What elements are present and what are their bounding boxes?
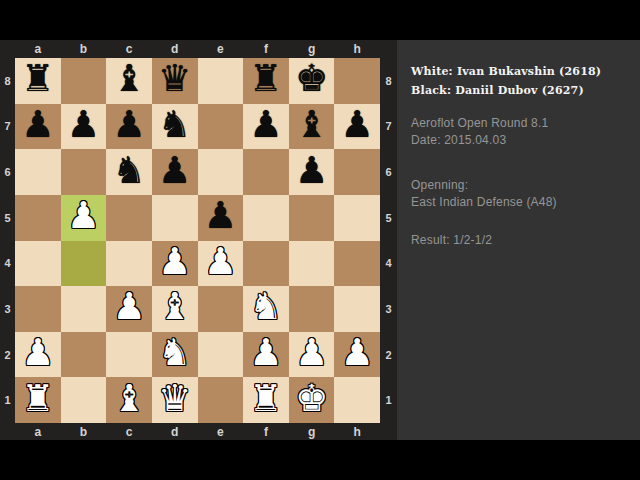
rank-label-3: 3 [0, 286, 15, 332]
black-pawn-e5: ♟ [204, 197, 237, 234]
file-label-b: b [61, 423, 107, 440]
rank-label-7: 7 [380, 104, 397, 150]
rank-labels-left: 87654321 [0, 58, 15, 423]
players-block: White: Ivan Bukavshin (2618) Black: Dani… [411, 62, 640, 100]
black-king-g8: ♚ [295, 60, 328, 97]
square-f3: ♞ [243, 286, 289, 332]
square-d3: ♝ [152, 286, 198, 332]
square-e6 [198, 149, 244, 195]
square-d4: ♟ [152, 241, 198, 287]
chess-board: ♜♝♛♜♚♟♟♟♞♟♝♟♞♟♟♟♟♟♟♟♝♞♟♞♟♟♟♜♝♛♜♚ [15, 58, 380, 423]
square-f1: ♜ [243, 377, 289, 423]
rank-label-4: 4 [0, 241, 15, 287]
square-f5 [243, 195, 289, 241]
result-block: Result: 1/2-1/2 [411, 232, 640, 249]
white-bishop-d3: ♝ [158, 288, 191, 325]
square-e1 [198, 377, 244, 423]
square-f8: ♜ [243, 58, 289, 104]
square-b2 [61, 332, 107, 378]
square-a6 [15, 149, 61, 195]
rank-label-8: 8 [380, 58, 397, 104]
white-king-g1: ♚ [295, 380, 328, 417]
square-d2: ♞ [152, 332, 198, 378]
square-g6: ♟ [289, 149, 335, 195]
square-b3 [61, 286, 107, 332]
chess-board-frame: abcdefgh abcdefgh 87654321 87654321 ♜♝♛♜… [0, 40, 397, 440]
square-a2: ♟ [15, 332, 61, 378]
square-g3 [289, 286, 335, 332]
square-c5 [106, 195, 152, 241]
file-label-g: g [289, 40, 335, 58]
square-a4 [15, 241, 61, 287]
square-e3 [198, 286, 244, 332]
black-pawn-b7: ♟ [67, 106, 100, 143]
square-c3: ♟ [106, 286, 152, 332]
game-date: Date: 2015.04.03 [411, 132, 640, 149]
square-a7: ♟ [15, 104, 61, 150]
square-f2: ♟ [243, 332, 289, 378]
file-labels-top: abcdefgh [15, 40, 380, 58]
square-g2: ♟ [289, 332, 335, 378]
black-knight-c6: ♞ [112, 152, 145, 189]
square-h5 [334, 195, 380, 241]
file-label-a: a [15, 423, 61, 440]
file-label-f: f [243, 40, 289, 58]
game-result: Result: 1/2-1/2 [411, 232, 640, 249]
file-label-h: h [334, 40, 380, 58]
file-label-a: a [15, 40, 61, 58]
white-pawn-g2: ♟ [295, 334, 328, 371]
game-info-panel: White: Ivan Bukavshin (2618) Black: Dani… [397, 40, 640, 440]
square-h1 [334, 377, 380, 423]
square-d6: ♟ [152, 149, 198, 195]
square-d8: ♛ [152, 58, 198, 104]
file-label-c: c [106, 423, 152, 440]
square-b8 [61, 58, 107, 104]
rank-label-2: 2 [380, 332, 397, 378]
file-label-c: c [106, 40, 152, 58]
square-b6 [61, 149, 107, 195]
rank-label-6: 6 [380, 149, 397, 195]
black-queen-d8: ♛ [158, 60, 191, 97]
square-c4 [106, 241, 152, 287]
black-rook-f8: ♜ [249, 60, 282, 97]
black-pawn-g6: ♟ [295, 152, 328, 189]
letterbox-top [0, 0, 640, 40]
square-h6 [334, 149, 380, 195]
black-pawn-c7: ♟ [112, 106, 145, 143]
black-pawn-f7: ♟ [249, 106, 282, 143]
video-frame: abcdefgh abcdefgh 87654321 87654321 ♜♝♛♜… [0, 0, 640, 480]
square-d1: ♛ [152, 377, 198, 423]
white-rook-a1: ♜ [21, 380, 54, 417]
rank-label-3: 3 [380, 286, 397, 332]
square-h8 [334, 58, 380, 104]
square-h4 [334, 241, 380, 287]
white-queen-d1: ♛ [158, 380, 191, 417]
opening-label: Openning: [411, 177, 640, 194]
square-a1: ♜ [15, 377, 61, 423]
black-pawn-d6: ♟ [158, 152, 191, 189]
white-rook-f1: ♜ [249, 380, 282, 417]
white-pawn-e4: ♟ [204, 243, 237, 280]
rank-label-4: 4 [380, 241, 397, 287]
square-g4 [289, 241, 335, 287]
rank-label-1: 1 [0, 377, 15, 423]
file-label-e: e [198, 40, 244, 58]
square-d5 [152, 195, 198, 241]
white-bishop-c1: ♝ [112, 380, 145, 417]
square-g1: ♚ [289, 377, 335, 423]
rank-label-2: 2 [0, 332, 15, 378]
rank-label-7: 7 [0, 104, 15, 150]
white-pawn-a2: ♟ [21, 334, 54, 371]
white-player-line: White: Ivan Bukavshin (2618) [411, 62, 640, 81]
square-c7: ♟ [106, 104, 152, 150]
square-e4: ♟ [198, 241, 244, 287]
file-label-h: h [334, 423, 380, 440]
square-c8: ♝ [106, 58, 152, 104]
square-h2: ♟ [334, 332, 380, 378]
square-c6: ♞ [106, 149, 152, 195]
black-bishop-c8: ♝ [112, 60, 145, 97]
rank-label-5: 5 [0, 195, 15, 241]
square-c2 [106, 332, 152, 378]
white-knight-d2: ♞ [158, 334, 191, 371]
square-g7: ♝ [289, 104, 335, 150]
file-labels-bottom: abcdefgh [15, 423, 380, 440]
square-e5: ♟ [198, 195, 244, 241]
black-player-line: Black: Daniil Dubov (2627) [411, 81, 640, 100]
square-c1: ♝ [106, 377, 152, 423]
white-pawn-c3: ♟ [112, 288, 145, 325]
square-f7: ♟ [243, 104, 289, 150]
black-knight-d7: ♞ [158, 106, 191, 143]
square-e7 [198, 104, 244, 150]
square-g8: ♚ [289, 58, 335, 104]
rank-label-6: 6 [0, 149, 15, 195]
white-knight-f3: ♞ [249, 288, 282, 325]
square-f6 [243, 149, 289, 195]
white-pawn-b5: ♟ [67, 197, 100, 234]
event-name: Aeroflot Open Round 8.1 [411, 115, 640, 132]
square-b4 [61, 241, 107, 287]
rank-label-1: 1 [380, 377, 397, 423]
square-d7: ♞ [152, 104, 198, 150]
white-pawn-h2: ♟ [341, 334, 374, 371]
square-f4 [243, 241, 289, 287]
rank-labels-right: 87654321 [380, 58, 397, 423]
event-block: Aeroflot Open Round 8.1 Date: 2015.04.03 [411, 115, 640, 149]
opening-name: East Indian Defense (A48) [411, 194, 640, 211]
file-label-e: e [198, 423, 244, 440]
file-label-b: b [61, 40, 107, 58]
square-b1 [61, 377, 107, 423]
white-pawn-f2: ♟ [249, 334, 282, 371]
file-label-f: f [243, 423, 289, 440]
rank-label-8: 8 [0, 58, 15, 104]
black-pawn-a7: ♟ [21, 106, 54, 143]
file-label-d: d [152, 423, 198, 440]
square-b7: ♟ [61, 104, 107, 150]
square-h7: ♟ [334, 104, 380, 150]
black-rook-a8: ♜ [21, 60, 54, 97]
square-a8: ♜ [15, 58, 61, 104]
rank-label-5: 5 [380, 195, 397, 241]
square-e2 [198, 332, 244, 378]
black-pawn-h7: ♟ [341, 106, 374, 143]
square-e8 [198, 58, 244, 104]
square-h3 [334, 286, 380, 332]
square-g5 [289, 195, 335, 241]
white-pawn-d4: ♟ [158, 243, 191, 280]
opening-block: Openning: East Indian Defense (A48) [411, 177, 640, 211]
square-b5: ♟ [61, 195, 107, 241]
black-bishop-g7: ♝ [295, 106, 328, 143]
letterbox-bottom [0, 440, 640, 480]
square-a3 [15, 286, 61, 332]
square-a5 [15, 195, 61, 241]
file-label-g: g [289, 423, 335, 440]
file-label-d: d [152, 40, 198, 58]
